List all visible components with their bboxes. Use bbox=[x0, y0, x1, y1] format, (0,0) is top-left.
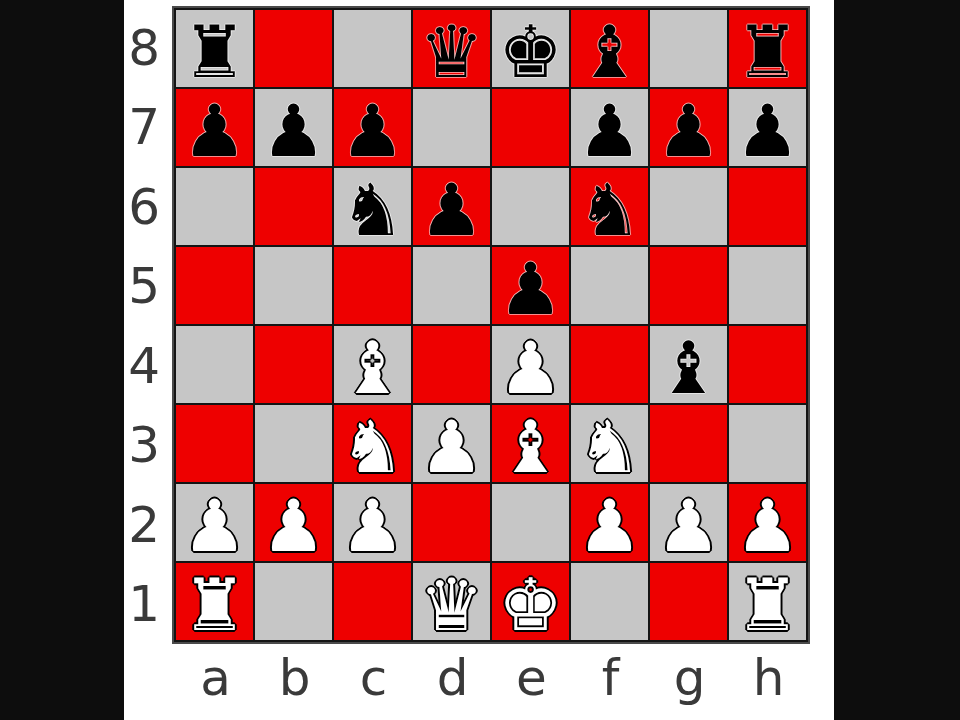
square-h3[interactable] bbox=[729, 405, 806, 482]
square-f5[interactable] bbox=[571, 247, 648, 324]
square-h1[interactable]: ♜ bbox=[729, 563, 806, 640]
square-g8[interactable] bbox=[650, 10, 727, 87]
square-c2[interactable]: ♟ bbox=[334, 484, 411, 561]
rank-labels: 87654321 bbox=[112, 8, 168, 644]
piece-white-knight-f3[interactable]: ♞ bbox=[577, 411, 642, 483]
piece-black-pawn-h7[interactable]: ♟ bbox=[735, 95, 800, 167]
file-label-c: c bbox=[334, 648, 413, 708]
square-f1[interactable] bbox=[571, 563, 648, 640]
square-d4[interactable] bbox=[413, 326, 490, 403]
piece-black-queen-d8[interactable]: ♛ bbox=[419, 16, 484, 88]
file-label-h: h bbox=[729, 648, 808, 708]
square-f3[interactable]: ♞ bbox=[571, 405, 648, 482]
piece-white-pawn-f2[interactable]: ♟ bbox=[577, 490, 642, 562]
square-a7[interactable]: ♟ bbox=[176, 89, 253, 166]
square-g4[interactable]: ♝ bbox=[650, 326, 727, 403]
square-f2[interactable]: ♟ bbox=[571, 484, 648, 561]
rank-label-7: 7 bbox=[112, 88, 168, 168]
square-e5[interactable]: ♟ bbox=[492, 247, 569, 324]
file-label-b: b bbox=[255, 648, 334, 708]
square-h2[interactable]: ♟ bbox=[729, 484, 806, 561]
square-e7[interactable] bbox=[492, 89, 569, 166]
piece-white-king-e1[interactable]: ♚ bbox=[498, 569, 563, 641]
piece-white-rook-h1[interactable]: ♜ bbox=[735, 569, 800, 641]
square-e8[interactable]: ♚ bbox=[492, 10, 569, 87]
square-d2[interactable] bbox=[413, 484, 490, 561]
rank-label-5: 5 bbox=[112, 247, 168, 327]
rank-label-1: 1 bbox=[112, 565, 168, 645]
square-h5[interactable] bbox=[729, 247, 806, 324]
piece-white-pawn-a2[interactable]: ♟ bbox=[182, 490, 247, 562]
square-g7[interactable]: ♟ bbox=[650, 89, 727, 166]
piece-white-pawn-g2[interactable]: ♟ bbox=[656, 490, 721, 562]
square-c4[interactable]: ♝ bbox=[334, 326, 411, 403]
square-b3[interactable] bbox=[255, 405, 332, 482]
piece-white-pawn-e4[interactable]: ♟ bbox=[498, 332, 563, 404]
square-b2[interactable]: ♟ bbox=[255, 484, 332, 561]
square-a5[interactable] bbox=[176, 247, 253, 324]
piece-black-pawn-e5[interactable]: ♟ bbox=[498, 253, 563, 325]
square-g5[interactable] bbox=[650, 247, 727, 324]
square-c3[interactable]: ♞ bbox=[334, 405, 411, 482]
piece-black-bishop-f8[interactable]: ♝ bbox=[577, 16, 642, 88]
square-d8[interactable]: ♛ bbox=[413, 10, 490, 87]
chess-board: ♜♛♚♝♜♟♟♟♟♟♟♞♟♞♟♝♟♝♞♟♝♞♟♟♟♟♟♟♜♛♚♜ bbox=[172, 6, 810, 644]
left-letterbox-bar bbox=[0, 0, 124, 720]
square-a6[interactable] bbox=[176, 168, 253, 245]
piece-white-bishop-c4[interactable]: ♝ bbox=[340, 332, 405, 404]
piece-white-rook-a1[interactable]: ♜ bbox=[182, 569, 247, 641]
square-b7[interactable]: ♟ bbox=[255, 89, 332, 166]
file-label-g: g bbox=[650, 648, 729, 708]
square-g6[interactable] bbox=[650, 168, 727, 245]
square-e1[interactable]: ♚ bbox=[492, 563, 569, 640]
rank-label-4: 4 bbox=[112, 326, 168, 406]
square-f8[interactable]: ♝ bbox=[571, 10, 648, 87]
square-d7[interactable] bbox=[413, 89, 490, 166]
square-e6[interactable] bbox=[492, 168, 569, 245]
file-label-a: a bbox=[176, 648, 255, 708]
piece-white-queen-d1[interactable]: ♛ bbox=[419, 569, 484, 641]
square-h6[interactable] bbox=[729, 168, 806, 245]
square-h8[interactable]: ♜ bbox=[729, 10, 806, 87]
square-a2[interactable]: ♟ bbox=[176, 484, 253, 561]
piece-black-pawn-c7[interactable]: ♟ bbox=[340, 95, 405, 167]
square-g3[interactable] bbox=[650, 405, 727, 482]
square-a1[interactable]: ♜ bbox=[176, 563, 253, 640]
piece-white-knight-c3[interactable]: ♞ bbox=[340, 411, 405, 483]
file-label-d: d bbox=[413, 648, 492, 708]
square-b4[interactable] bbox=[255, 326, 332, 403]
rank-label-2: 2 bbox=[112, 485, 168, 565]
square-d5[interactable] bbox=[413, 247, 490, 324]
piece-white-pawn-c2[interactable]: ♟ bbox=[340, 490, 405, 562]
square-e3[interactable]: ♝ bbox=[492, 405, 569, 482]
file-label-e: e bbox=[492, 648, 571, 708]
square-f4[interactable] bbox=[571, 326, 648, 403]
square-b1[interactable] bbox=[255, 563, 332, 640]
piece-black-pawn-f7[interactable]: ♟ bbox=[577, 95, 642, 167]
square-d1[interactable]: ♛ bbox=[413, 563, 490, 640]
piece-black-pawn-g7[interactable]: ♟ bbox=[656, 95, 721, 167]
piece-black-rook-a8[interactable]: ♜ bbox=[182, 16, 247, 88]
square-d6[interactable]: ♟ bbox=[413, 168, 490, 245]
square-e2[interactable] bbox=[492, 484, 569, 561]
square-c1[interactable] bbox=[334, 563, 411, 640]
square-f6[interactable]: ♞ bbox=[571, 168, 648, 245]
square-a8[interactable]: ♜ bbox=[176, 10, 253, 87]
rank-label-8: 8 bbox=[112, 8, 168, 88]
piece-white-pawn-h2[interactable]: ♟ bbox=[735, 490, 800, 562]
piece-black-bishop-g4[interactable]: ♝ bbox=[656, 332, 721, 404]
square-g1[interactable] bbox=[650, 563, 727, 640]
square-a4[interactable] bbox=[176, 326, 253, 403]
file-label-f: f bbox=[571, 648, 650, 708]
piece-white-bishop-e3[interactable]: ♝ bbox=[498, 411, 563, 483]
square-a3[interactable] bbox=[176, 405, 253, 482]
piece-black-knight-c6[interactable]: ♞ bbox=[340, 174, 405, 246]
piece-white-pawn-b2[interactable]: ♟ bbox=[261, 490, 326, 562]
square-b8[interactable] bbox=[255, 10, 332, 87]
square-f7[interactable]: ♟ bbox=[571, 89, 648, 166]
piece-black-pawn-a7[interactable]: ♟ bbox=[182, 95, 247, 167]
rank-label-3: 3 bbox=[112, 406, 168, 486]
square-b6[interactable] bbox=[255, 168, 332, 245]
square-h4[interactable] bbox=[729, 326, 806, 403]
piece-black-knight-f6[interactable]: ♞ bbox=[577, 174, 642, 246]
square-b5[interactable] bbox=[255, 247, 332, 324]
right-letterbox-bar bbox=[834, 0, 960, 720]
piece-white-pawn-d3[interactable]: ♟ bbox=[419, 411, 484, 483]
square-c6[interactable]: ♞ bbox=[334, 168, 411, 245]
square-c5[interactable] bbox=[334, 247, 411, 324]
square-h7[interactable]: ♟ bbox=[729, 89, 806, 166]
rank-label-6: 6 bbox=[112, 167, 168, 247]
piece-black-pawn-d6[interactable]: ♟ bbox=[419, 174, 484, 246]
piece-black-king-e8[interactable]: ♚ bbox=[498, 16, 563, 88]
square-c8[interactable] bbox=[334, 10, 411, 87]
piece-black-pawn-b7[interactable]: ♟ bbox=[261, 95, 326, 167]
square-d3[interactable]: ♟ bbox=[413, 405, 490, 482]
file-labels: abcdefgh bbox=[176, 648, 808, 708]
square-c7[interactable]: ♟ bbox=[334, 89, 411, 166]
square-g2[interactable]: ♟ bbox=[650, 484, 727, 561]
piece-black-rook-h8[interactable]: ♜ bbox=[735, 16, 800, 88]
square-e4[interactable]: ♟ bbox=[492, 326, 569, 403]
